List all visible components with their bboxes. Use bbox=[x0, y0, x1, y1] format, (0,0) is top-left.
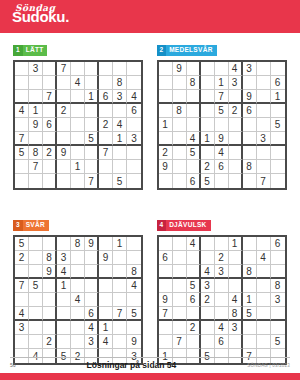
cell-r7c9 bbox=[271, 146, 285, 160]
cell-r4c3: 5 bbox=[187, 279, 201, 293]
cell-r7c6: 3 bbox=[229, 321, 243, 335]
cell-r3c9: 1 bbox=[271, 90, 285, 104]
cell-r2c5 bbox=[71, 251, 85, 265]
cell-r3c9: 4 bbox=[127, 90, 141, 104]
cell-r5c3: 6 bbox=[43, 118, 57, 132]
cell-r5c4 bbox=[57, 118, 71, 132]
cell-r8c4: 2 bbox=[201, 160, 215, 174]
cell-r6c2 bbox=[29, 307, 43, 321]
cell-r3c8 bbox=[113, 265, 127, 279]
cell-r1c1 bbox=[15, 62, 29, 76]
cell-r9c1 bbox=[159, 174, 173, 188]
cell-r9c8: 5 bbox=[113, 174, 127, 188]
cell-r8c5: 1 bbox=[71, 160, 85, 174]
cell-r8c4 bbox=[57, 335, 71, 349]
cell-r5c8: 4 bbox=[113, 118, 127, 132]
cell-r9c2 bbox=[173, 174, 187, 188]
cell-r4c8 bbox=[257, 104, 271, 118]
cell-r8c5 bbox=[71, 335, 85, 349]
cell-r2c7 bbox=[99, 76, 113, 90]
cell-r5c5 bbox=[215, 293, 229, 307]
cell-r1c7 bbox=[99, 237, 113, 251]
cell-r2c8 bbox=[257, 76, 271, 90]
cell-r6c7 bbox=[243, 132, 257, 146]
cell-r7c8 bbox=[113, 321, 127, 335]
cell-r2c7 bbox=[243, 76, 257, 90]
cell-r3c1 bbox=[15, 265, 29, 279]
cell-r1c3 bbox=[43, 62, 57, 76]
cell-r6c3: 4 bbox=[187, 132, 201, 146]
cell-r1c9 bbox=[127, 237, 141, 251]
cell-r3c8 bbox=[257, 265, 271, 279]
cell-r2c4 bbox=[201, 251, 215, 265]
cell-r4c6 bbox=[85, 279, 99, 293]
cell-r7c7 bbox=[243, 146, 257, 160]
cell-r1c8 bbox=[257, 237, 271, 251]
cell-r5c4 bbox=[57, 293, 71, 307]
cell-r7c9 bbox=[127, 321, 141, 335]
cell-r8c2: 7 bbox=[29, 160, 43, 174]
puzzle-row-bottom: 3 SVÅR 5891283994875144467534123494523 4… bbox=[0, 213, 300, 365]
cell-r5c7: 2 bbox=[99, 118, 113, 132]
cell-r7c3 bbox=[43, 321, 57, 335]
cell-r5c4: 2 bbox=[201, 293, 215, 307]
cell-r6c2 bbox=[173, 307, 187, 321]
sudoku-grid-2: 943813679185261541932549268657 bbox=[157, 60, 287, 190]
cell-r9c3 bbox=[43, 174, 57, 188]
cell-r8c7: 4 bbox=[99, 335, 113, 349]
cell-r6c4 bbox=[57, 307, 71, 321]
cell-r9c8: 7 bbox=[257, 174, 271, 188]
cell-r5c3: 6 bbox=[187, 293, 201, 307]
cell-r2c6 bbox=[85, 251, 99, 265]
cell-r1c9 bbox=[127, 62, 141, 76]
cell-r2c5: 2 bbox=[215, 251, 229, 265]
cell-r5c9: 5 bbox=[271, 118, 285, 132]
cell-r2c9: 6 bbox=[271, 76, 285, 90]
cell-r4c8 bbox=[113, 279, 127, 293]
puzzle-2-block: 2 MEDELSVÅR 9438136791852615419325492686… bbox=[157, 38, 288, 190]
cell-r6c8: 7 bbox=[113, 307, 127, 321]
cell-r5c3 bbox=[187, 118, 201, 132]
cell-r6c5 bbox=[215, 307, 229, 321]
cell-r3c4: 4 bbox=[57, 265, 71, 279]
cell-r2c4 bbox=[57, 76, 71, 90]
cell-r9c6: 7 bbox=[85, 174, 99, 188]
cell-r5c6 bbox=[85, 293, 99, 307]
cell-r5c1: 9 bbox=[159, 293, 173, 307]
cell-r9c7 bbox=[99, 174, 113, 188]
cell-r6c1: 7 bbox=[159, 307, 173, 321]
cell-r4c7: 6 bbox=[243, 104, 257, 118]
cell-r7c1: 2 bbox=[159, 146, 173, 160]
cell-r4c4: 1 bbox=[57, 279, 71, 293]
cell-r7c6 bbox=[229, 146, 243, 160]
cell-r8c3: 2 bbox=[43, 335, 57, 349]
difficulty-label-2: MEDELSVÅR bbox=[166, 45, 217, 57]
cell-r8c7: 8 bbox=[243, 160, 257, 174]
cell-r4c3 bbox=[187, 104, 201, 118]
cell-r2c6: 3 bbox=[229, 76, 243, 90]
cell-r9c1 bbox=[15, 174, 29, 188]
cell-r7c3: 5 bbox=[187, 146, 201, 160]
cell-r9c5 bbox=[71, 174, 85, 188]
cell-r1c1 bbox=[159, 62, 173, 76]
cell-r8c3 bbox=[187, 160, 201, 174]
cell-r4c4: 3 bbox=[201, 279, 215, 293]
cell-r8c1: 9 bbox=[159, 160, 173, 174]
cell-r7c4 bbox=[201, 146, 215, 160]
cell-r3c2 bbox=[173, 90, 187, 104]
cell-r1c7 bbox=[99, 62, 113, 76]
cell-r3c6 bbox=[85, 265, 99, 279]
puzzle-1-block: 1 LÄTT 374871634412696247513582977175 bbox=[13, 38, 144, 190]
cell-r2c2 bbox=[173, 251, 187, 265]
cell-r7c4 bbox=[57, 321, 71, 335]
cell-r8c1 bbox=[159, 335, 173, 349]
cell-r7c1: 5 bbox=[15, 146, 29, 160]
cell-r8c1 bbox=[15, 335, 29, 349]
cell-r3c2 bbox=[173, 265, 187, 279]
cell-r6c6: 8 bbox=[229, 307, 243, 321]
cell-r3c4 bbox=[57, 90, 71, 104]
cell-r4c8 bbox=[257, 279, 271, 293]
bottom-red-bar bbox=[0, 373, 300, 380]
cell-r8c6 bbox=[229, 335, 243, 349]
cell-r4c7 bbox=[243, 279, 257, 293]
cell-r6c9 bbox=[271, 132, 285, 146]
sudoku-grid-1: 374871634412696247513582977175 bbox=[13, 60, 143, 190]
cell-r3c4 bbox=[201, 90, 215, 104]
cell-r8c7 bbox=[99, 160, 113, 174]
cell-r4c2: 1 bbox=[29, 104, 43, 118]
cell-r3c9: 8 bbox=[127, 265, 141, 279]
cell-r4c4: 2 bbox=[57, 104, 71, 118]
cell-r4c3 bbox=[43, 104, 57, 118]
cell-r3c5 bbox=[71, 90, 85, 104]
cell-r9c9 bbox=[127, 174, 141, 188]
cell-r6c9: 5 bbox=[127, 307, 141, 321]
cell-r3c9 bbox=[271, 265, 285, 279]
puzzle-3-block: 3 SVÅR 5891283994875144467534123494523 bbox=[13, 213, 144, 365]
page-number: 56 bbox=[10, 362, 16, 368]
cell-r4c6 bbox=[229, 279, 243, 293]
cell-r1c8 bbox=[113, 62, 127, 76]
difficulty-label-3: SVÅR bbox=[23, 220, 49, 232]
cell-r5c2 bbox=[29, 293, 43, 307]
cell-r5c3 bbox=[43, 293, 57, 307]
cell-r3c6 bbox=[229, 265, 243, 279]
cell-r2c8: 8 bbox=[113, 76, 127, 90]
cell-r5c6 bbox=[229, 118, 243, 132]
puzzle-row-top: 1 LÄTT 374871634412696247513582977175 2 … bbox=[0, 38, 300, 190]
cell-r5c7: 1 bbox=[243, 293, 257, 307]
solutions-reference-text: Lösningar på sidan 54 bbox=[87, 360, 177, 370]
cell-r1c5 bbox=[215, 62, 229, 76]
cell-r4c1 bbox=[159, 104, 173, 118]
cell-r1c4 bbox=[57, 237, 71, 251]
cell-r8c2: 7 bbox=[173, 335, 187, 349]
cell-r2c3: 8 bbox=[187, 76, 201, 90]
cell-r9c4 bbox=[57, 174, 71, 188]
cell-r7c5 bbox=[71, 321, 85, 335]
issue-info-text: SÖNDAG | 03/2023 bbox=[247, 363, 290, 368]
cell-r4c2: 8 bbox=[173, 104, 187, 118]
cell-r4c3 bbox=[43, 279, 57, 293]
cell-r4c5 bbox=[215, 279, 229, 293]
cell-r6c5 bbox=[71, 307, 85, 321]
cell-r7c6: 4 bbox=[85, 321, 99, 335]
cell-r6c4: 1 bbox=[201, 132, 215, 146]
cell-r2c3: 8 bbox=[43, 251, 57, 265]
cell-r2c5: 1 bbox=[215, 76, 229, 90]
cell-r6c8 bbox=[257, 307, 271, 321]
cell-r8c6 bbox=[229, 160, 243, 174]
cell-r8c1 bbox=[15, 160, 29, 174]
cell-r1c6: 9 bbox=[85, 237, 99, 251]
cell-r8c5: 6 bbox=[215, 335, 229, 349]
cell-r9c9 bbox=[271, 174, 285, 188]
cell-r5c2: 9 bbox=[29, 118, 43, 132]
cell-r2c3 bbox=[43, 76, 57, 90]
cell-r6c4 bbox=[57, 132, 71, 146]
cell-r5c8 bbox=[113, 293, 127, 307]
cell-r1c4: 7 bbox=[57, 62, 71, 76]
difficulty-badge-3: 3 SVÅR bbox=[13, 220, 49, 232]
cell-r6c6 bbox=[229, 132, 243, 146]
cell-r9c2 bbox=[29, 174, 43, 188]
cell-r5c9 bbox=[127, 293, 141, 307]
cell-r3c3: 9 bbox=[43, 265, 57, 279]
cell-r8c4 bbox=[201, 335, 215, 349]
cell-r3c1 bbox=[15, 90, 29, 104]
cell-r4c5: 5 bbox=[215, 104, 229, 118]
cell-r4c5 bbox=[71, 104, 85, 118]
cell-r6c4 bbox=[201, 307, 215, 321]
cell-r7c2: 8 bbox=[29, 146, 43, 160]
cell-r3c3 bbox=[187, 265, 201, 279]
difficulty-number-3: 3 bbox=[13, 220, 23, 232]
cell-r6c1: 7 bbox=[15, 132, 29, 146]
cell-r6c1: 4 bbox=[15, 307, 29, 321]
cell-r8c9: 5 bbox=[271, 335, 285, 349]
cell-r9c3: 6 bbox=[187, 174, 201, 188]
cell-r1c9 bbox=[271, 62, 285, 76]
cell-r9c7 bbox=[243, 174, 257, 188]
cell-r5c6 bbox=[85, 118, 99, 132]
cell-r4c1: 7 bbox=[15, 279, 29, 293]
cell-r3c2 bbox=[29, 90, 43, 104]
cell-r3c6: 1 bbox=[85, 90, 99, 104]
cell-r1c7 bbox=[243, 237, 257, 251]
page-footer: 56 Lösningar på sidan 54 SÖNDAG | 03/202… bbox=[0, 355, 300, 373]
cell-r4c7 bbox=[99, 279, 113, 293]
cell-r6c2 bbox=[173, 132, 187, 146]
cell-r6c7: 5 bbox=[243, 307, 257, 321]
cell-r8c3 bbox=[187, 335, 201, 349]
cell-r7c9 bbox=[271, 321, 285, 335]
cell-r3c8 bbox=[257, 90, 271, 104]
difficulty-number-4: 4 bbox=[157, 220, 167, 232]
cell-r7c2 bbox=[173, 146, 187, 160]
footer-divider bbox=[10, 357, 290, 358]
cell-r3c5: 3 bbox=[215, 265, 229, 279]
cell-r1c6: 1 bbox=[229, 237, 243, 251]
cell-r2c6 bbox=[229, 251, 243, 265]
cell-r4c2: 5 bbox=[29, 279, 43, 293]
cell-r1c2: 3 bbox=[29, 62, 43, 76]
cell-r9c6 bbox=[229, 174, 243, 188]
cell-r7c8 bbox=[257, 321, 271, 335]
cell-r4c2 bbox=[173, 279, 187, 293]
cell-r7c2 bbox=[173, 321, 187, 335]
cell-r4c9 bbox=[271, 104, 285, 118]
cell-r2c3 bbox=[187, 251, 201, 265]
difficulty-number-1: 1 bbox=[13, 45, 23, 57]
cell-r7c9 bbox=[127, 146, 141, 160]
difficulty-badge-2: 2 MEDELSVÅR bbox=[157, 45, 217, 57]
cell-r6c9 bbox=[271, 307, 285, 321]
cell-r1c4 bbox=[201, 237, 215, 251]
cell-r5c6: 4 bbox=[229, 293, 243, 307]
cell-r2c2 bbox=[29, 76, 43, 90]
cell-r1c3 bbox=[43, 237, 57, 251]
cell-r3c5 bbox=[71, 265, 85, 279]
cell-r1c5: 8 bbox=[71, 237, 85, 251]
cell-r4c9: 6 bbox=[127, 104, 141, 118]
cell-r8c4 bbox=[57, 160, 71, 174]
cell-r8c8 bbox=[257, 160, 271, 174]
cell-r7c6 bbox=[85, 146, 99, 160]
cell-r2c6 bbox=[85, 76, 99, 90]
cell-r2c8: 4 bbox=[257, 251, 271, 265]
difficulty-number-2: 2 bbox=[157, 45, 167, 57]
cell-r4c5 bbox=[71, 279, 85, 293]
cell-r1c1 bbox=[159, 237, 173, 251]
cell-r4c6 bbox=[85, 104, 99, 118]
cell-r2c4 bbox=[201, 76, 215, 90]
cell-r2c1 bbox=[159, 76, 173, 90]
cell-r5c9 bbox=[127, 118, 141, 132]
cell-r7c1 bbox=[159, 321, 173, 335]
difficulty-label-1: LÄTT bbox=[23, 45, 48, 57]
cell-r3c7 bbox=[99, 265, 113, 279]
cell-r8c6: 3 bbox=[85, 335, 99, 349]
cell-r8c8 bbox=[113, 160, 127, 174]
cell-r4c7 bbox=[99, 104, 113, 118]
cell-r2c2 bbox=[173, 76, 187, 90]
cell-r6c5: 9 bbox=[215, 132, 229, 146]
cell-r8c9 bbox=[127, 160, 141, 174]
cell-r6c8: 3 bbox=[257, 132, 271, 146]
cell-r9c4: 5 bbox=[201, 174, 215, 188]
cell-r3c2 bbox=[29, 265, 43, 279]
logo-main-text: Sudoku. bbox=[12, 8, 69, 25]
cell-r4c1: 4 bbox=[15, 104, 29, 118]
cell-r6c2 bbox=[29, 132, 43, 146]
cell-r8c9: 9 bbox=[127, 335, 141, 349]
cell-r1c9: 6 bbox=[271, 237, 285, 251]
cell-r5c2 bbox=[173, 118, 187, 132]
cell-r1c2: 9 bbox=[173, 62, 187, 76]
cell-r6c6: 5 bbox=[85, 132, 99, 146]
cell-r7c3: 2 bbox=[43, 146, 57, 160]
cell-r3c7: 6 bbox=[99, 90, 113, 104]
cell-r4c9: 4 bbox=[127, 279, 141, 293]
cell-r1c7: 3 bbox=[243, 62, 257, 76]
cell-r1c2 bbox=[173, 237, 187, 251]
cell-r7c7: 7 bbox=[99, 146, 113, 160]
cell-r5c1: 1 bbox=[159, 118, 173, 132]
cell-r5c5 bbox=[71, 118, 85, 132]
cell-r6c5 bbox=[71, 132, 85, 146]
cell-r7c7 bbox=[243, 321, 257, 335]
cell-r3c3 bbox=[187, 90, 201, 104]
cell-r6c9: 3 bbox=[127, 132, 141, 146]
difficulty-badge-4: 4 DJÄVULSK bbox=[157, 220, 211, 232]
cell-r6c6: 6 bbox=[85, 307, 99, 321]
cell-r1c4 bbox=[201, 62, 215, 76]
cell-r7c8 bbox=[257, 146, 271, 160]
cell-r6c7 bbox=[99, 132, 113, 146]
cell-r1c5 bbox=[215, 237, 229, 251]
cell-r3c7: 9 bbox=[243, 90, 257, 104]
cell-r6c3 bbox=[43, 307, 57, 321]
cell-r2c1 bbox=[15, 76, 29, 90]
cell-r1c6: 4 bbox=[229, 62, 243, 76]
cell-r5c7 bbox=[99, 293, 113, 307]
difficulty-badge-1: 1 LÄTT bbox=[13, 45, 47, 57]
cell-r4c6: 2 bbox=[229, 104, 243, 118]
cell-r5c5 bbox=[215, 118, 229, 132]
cell-r7c1: 3 bbox=[15, 321, 29, 335]
cell-r3c1 bbox=[159, 265, 173, 279]
cell-r2c1: 6 bbox=[159, 251, 173, 265]
cell-r1c5 bbox=[71, 62, 85, 76]
cell-r5c2 bbox=[173, 293, 187, 307]
cell-r2c9 bbox=[127, 76, 141, 90]
cell-r8c2 bbox=[173, 160, 187, 174]
cell-r8c8 bbox=[113, 335, 127, 349]
cell-r8c6 bbox=[85, 160, 99, 174]
cell-r3c4: 4 bbox=[201, 265, 215, 279]
cell-r6c7 bbox=[99, 307, 113, 321]
cell-r5c8 bbox=[257, 293, 271, 307]
cell-r3c8: 3 bbox=[113, 90, 127, 104]
cell-r8c3 bbox=[43, 160, 57, 174]
cell-r8c8 bbox=[257, 335, 271, 349]
cell-r6c3 bbox=[43, 132, 57, 146]
cell-r8c7 bbox=[243, 335, 257, 349]
cell-r1c2 bbox=[29, 237, 43, 251]
header-banner: Söndag Sudoku. bbox=[0, 0, 300, 33]
cell-r7c7: 1 bbox=[99, 321, 113, 335]
difficulty-label-4: DJÄVULSK bbox=[166, 220, 210, 232]
cell-r6c8: 1 bbox=[113, 132, 127, 146]
cell-r4c9: 8 bbox=[271, 279, 285, 293]
cell-r9c5 bbox=[215, 174, 229, 188]
cell-r1c1: 5 bbox=[15, 237, 29, 251]
cell-r4c1 bbox=[159, 279, 173, 293]
cell-r7c4: 9 bbox=[57, 146, 71, 160]
sudoku-grid-4: 416624438538962413785243765157 bbox=[157, 235, 287, 365]
cell-r5c4 bbox=[201, 118, 215, 132]
cell-r5c7 bbox=[243, 118, 257, 132]
cell-r4c8 bbox=[113, 104, 127, 118]
cell-r2c7 bbox=[243, 251, 257, 265]
cell-r7c8 bbox=[113, 146, 127, 160]
cell-r2c9 bbox=[271, 251, 285, 265]
